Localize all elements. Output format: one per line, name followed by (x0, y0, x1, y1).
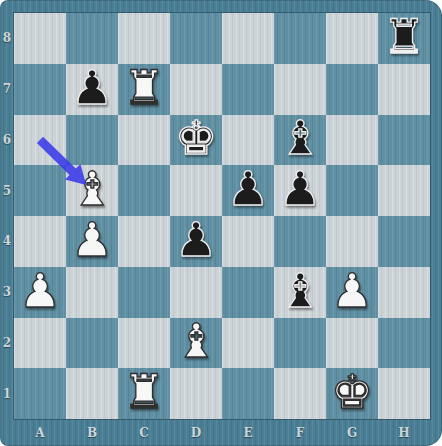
file-label-b: B (66, 419, 118, 446)
square-d6[interactable]: ♚ (170, 115, 222, 166)
square-e8[interactable] (222, 13, 274, 64)
square-d3[interactable] (170, 267, 222, 318)
square-g8[interactable] (326, 13, 378, 64)
piece-black-pawn-b7[interactable]: ♟ (71, 64, 113, 111)
square-f5[interactable]: ♟ (274, 165, 326, 216)
square-h4[interactable] (378, 216, 430, 267)
square-c8[interactable] (118, 13, 170, 64)
chess-app: ♜♟♜♚♝♝♟♟♟♟♟♝♟♝♜♚ 87654321ABCDEFGH (0, 0, 442, 446)
file-label-c: C (118, 419, 170, 446)
square-g6[interactable] (326, 115, 378, 166)
square-c6[interactable] (118, 115, 170, 166)
rank-label-6: 6 (0, 115, 14, 166)
square-b1[interactable] (66, 368, 118, 419)
square-b6[interactable] (66, 115, 118, 166)
piece-white-bishop-d2[interactable]: ♝ (175, 317, 217, 364)
file-label-g: G (326, 419, 378, 446)
square-e7[interactable] (222, 64, 274, 115)
piece-black-pawn-e5[interactable]: ♟ (227, 165, 269, 212)
square-g5[interactable] (326, 165, 378, 216)
square-f4[interactable] (274, 216, 326, 267)
square-a1[interactable] (14, 368, 66, 419)
square-f3[interactable]: ♝ (274, 267, 326, 318)
square-a3[interactable]: ♟ (14, 267, 66, 318)
file-label-d: D (170, 419, 222, 446)
square-f7[interactable] (274, 64, 326, 115)
square-d7[interactable] (170, 64, 222, 115)
square-h6[interactable] (378, 115, 430, 166)
square-b4[interactable]: ♟ (66, 216, 118, 267)
square-c5[interactable] (118, 165, 170, 216)
piece-white-pawn-a3[interactable]: ♟ (19, 267, 61, 314)
square-e2[interactable] (222, 318, 274, 369)
piece-white-pawn-g3[interactable]: ♟ (331, 267, 373, 314)
square-d8[interactable] (170, 13, 222, 64)
piece-white-bishop-b5[interactable]: ♝ (71, 165, 113, 212)
square-a7[interactable] (14, 64, 66, 115)
square-d2[interactable]: ♝ (170, 318, 222, 369)
square-b2[interactable] (66, 318, 118, 369)
board-grid: ♜♟♜♚♝♝♟♟♟♟♟♝♟♝♜♚ (14, 13, 430, 419)
square-e3[interactable] (222, 267, 274, 318)
file-label-h: H (378, 419, 430, 446)
piece-black-pawn-d4[interactable]: ♟ (175, 216, 217, 263)
square-g1[interactable]: ♚ (326, 368, 378, 419)
piece-white-rook-c7[interactable]: ♜ (123, 64, 165, 111)
rank-label-5: 5 (0, 165, 14, 216)
piece-black-king-d6[interactable]: ♚ (175, 114, 217, 161)
square-a6[interactable] (14, 115, 66, 166)
file-label-f: F (274, 419, 326, 446)
square-f1[interactable] (274, 368, 326, 419)
square-g2[interactable] (326, 318, 378, 369)
square-a2[interactable] (14, 318, 66, 369)
rank-label-4: 4 (0, 216, 14, 267)
file-label-a: A (14, 419, 66, 446)
file-label-e: E (222, 419, 274, 446)
rank-label-3: 3 (0, 267, 14, 318)
square-g7[interactable] (326, 64, 378, 115)
piece-black-rook-h8[interactable]: ♜ (383, 13, 425, 60)
square-e5[interactable]: ♟ (222, 165, 274, 216)
piece-white-rook-c1[interactable]: ♜ (123, 368, 165, 415)
piece-black-bishop-f6[interactable]: ♝ (279, 114, 321, 161)
square-c7[interactable]: ♜ (118, 64, 170, 115)
piece-white-pawn-b4[interactable]: ♟ (71, 216, 113, 263)
square-a5[interactable] (14, 165, 66, 216)
square-h2[interactable] (378, 318, 430, 369)
square-b7[interactable]: ♟ (66, 64, 118, 115)
rank-label-7: 7 (0, 64, 14, 115)
piece-black-bishop-f3[interactable]: ♝ (279, 267, 321, 314)
square-h3[interactable] (378, 267, 430, 318)
square-d5[interactable] (170, 165, 222, 216)
rank-label-2: 2 (0, 318, 14, 369)
square-h1[interactable] (378, 368, 430, 419)
square-c4[interactable] (118, 216, 170, 267)
square-b3[interactable] (66, 267, 118, 318)
square-b8[interactable] (66, 13, 118, 64)
square-c3[interactable] (118, 267, 170, 318)
square-h8[interactable]: ♜ (378, 13, 430, 64)
piece-black-pawn-f5[interactable]: ♟ (279, 165, 321, 212)
rank-label-1: 1 (0, 368, 14, 419)
piece-white-king-g1[interactable]: ♚ (331, 368, 373, 415)
square-b5[interactable]: ♝ (66, 165, 118, 216)
square-d4[interactable]: ♟ (170, 216, 222, 267)
square-c2[interactable] (118, 318, 170, 369)
square-f6[interactable]: ♝ (274, 115, 326, 166)
square-a8[interactable] (14, 13, 66, 64)
square-c1[interactable]: ♜ (118, 368, 170, 419)
square-f8[interactable] (274, 13, 326, 64)
square-a4[interactable] (14, 216, 66, 267)
square-d1[interactable] (170, 368, 222, 419)
rank-label-8: 8 (0, 13, 14, 64)
chess-board: ♜♟♜♚♝♝♟♟♟♟♟♝♟♝♜♚ 87654321ABCDEFGH (0, 0, 442, 446)
square-e4[interactable] (222, 216, 274, 267)
square-h5[interactable] (378, 165, 430, 216)
square-h7[interactable] (378, 64, 430, 115)
square-e6[interactable] (222, 115, 274, 166)
square-g3[interactable]: ♟ (326, 267, 378, 318)
square-e1[interactable] (222, 368, 274, 419)
square-f2[interactable] (274, 318, 326, 369)
square-g4[interactable] (326, 216, 378, 267)
